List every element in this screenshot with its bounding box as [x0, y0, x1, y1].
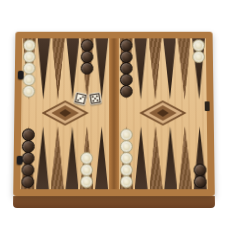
checker-stack-point-19 — [119, 39, 134, 97]
board-right-half — [119, 38, 208, 189]
quadrant-bottom-left — [20, 127, 109, 190]
point-triangle — [164, 127, 177, 190]
backgammon-board: ⚂⚄ — [13, 32, 215, 196]
die-face-icon: ⚄ — [88, 92, 102, 105]
left-middle-area: ⚂⚄ — [21, 99, 109, 126]
point-1[interactable] — [192, 127, 207, 190]
hinge-left-bottom-icon — [17, 156, 23, 165]
point-5[interactable] — [134, 127, 149, 190]
point-triangle — [149, 38, 162, 99]
case-front-edge — [13, 196, 215, 208]
backgammon-case: ⚂⚄ — [13, 32, 215, 209]
checker-white[interactable] — [22, 85, 35, 97]
clasp-right-icon — [205, 101, 210, 111]
point-triangle — [66, 127, 79, 190]
point-2[interactable] — [178, 127, 193, 190]
checker-white[interactable] — [80, 175, 93, 188]
die-3[interactable]: ⚂ — [73, 92, 87, 106]
point-11[interactable] — [35, 127, 50, 190]
point-7[interactable] — [94, 127, 109, 190]
point-triangle — [51, 127, 64, 190]
point-21[interactable] — [148, 38, 163, 99]
point-20[interactable] — [133, 38, 148, 99]
checker-stack-point-13 — [21, 39, 36, 97]
point-triangle — [36, 127, 50, 190]
point-6[interactable] — [119, 127, 134, 190]
point-3[interactable] — [163, 127, 178, 190]
point-24[interactable] — [191, 38, 206, 99]
right-middle-area — [119, 99, 207, 126]
point-triangle — [51, 38, 64, 99]
point-triangle — [95, 127, 108, 190]
dice: ⚂⚄ — [75, 93, 102, 105]
quadrant-top-right — [119, 38, 207, 99]
checker-black[interactable] — [194, 175, 207, 188]
checker-black[interactable] — [81, 62, 94, 74]
point-22[interactable] — [162, 38, 177, 99]
die-5[interactable]: ⚄ — [89, 92, 102, 105]
checker-black[interactable] — [120, 85, 133, 97]
board-left-half: ⚂⚄ — [20, 38, 109, 189]
bar-hinge-seam — [109, 38, 119, 189]
point-23[interactable] — [177, 38, 192, 99]
point-triangle — [37, 38, 50, 99]
die-face-icon: ⚂ — [73, 92, 87, 106]
checker-stack-point-17 — [80, 39, 95, 74]
quadrant-bottom-right — [119, 127, 208, 190]
hinge-left-top-icon — [18, 71, 24, 80]
playing-field: ⚂⚄ — [20, 38, 207, 189]
point-triangle — [178, 38, 191, 99]
checker-stack-point-1 — [193, 164, 208, 189]
point-9[interactable] — [65, 127, 80, 190]
point-triangle — [178, 127, 192, 190]
point-14[interactable] — [36, 38, 51, 99]
checker-white[interactable] — [120, 175, 133, 188]
product-photo: ⚂⚄ — [0, 0, 228, 228]
point-10[interactable] — [50, 127, 65, 190]
point-triangle — [163, 38, 176, 99]
point-triangle — [134, 38, 147, 99]
point-19[interactable] — [119, 38, 134, 99]
diamond-inlay-right — [139, 100, 187, 125]
point-13[interactable] — [21, 38, 36, 99]
point-4[interactable] — [148, 127, 163, 190]
checker-white[interactable] — [192, 51, 205, 63]
checker-stack-point-24 — [191, 39, 206, 63]
checker-stack-point-6 — [119, 129, 134, 189]
point-triangle — [149, 127, 162, 190]
point-15[interactable] — [51, 38, 66, 99]
point-8[interactable] — [79, 127, 94, 190]
checker-stack-point-8 — [79, 152, 94, 188]
checker-black[interactable] — [21, 175, 34, 188]
point-triangle — [134, 127, 147, 190]
